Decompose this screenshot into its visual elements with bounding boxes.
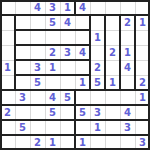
cell-r4c6: 4 [75, 45, 90, 60]
cell-r1c6: 4 [75, 0, 90, 15]
cell-r8c3[interactable] [30, 105, 45, 120]
cell-r8c6: 5 [75, 105, 90, 120]
cell-r4c7[interactable] [90, 45, 105, 60]
cell-r7c5: 5 [60, 90, 75, 105]
cell-r3c7: 1 [90, 30, 105, 45]
cell-r9c9: 3 [120, 120, 135, 135]
cell-r5c4: 1 [45, 60, 60, 75]
cell-r3c3[interactable] [30, 30, 45, 45]
cell-r7c3[interactable] [30, 90, 45, 105]
cell-r2c3[interactable] [30, 15, 45, 30]
cell-r4c10[interactable] [135, 45, 150, 60]
cell-r8c2[interactable] [15, 105, 30, 120]
cell-r1c7[interactable] [90, 0, 105, 15]
cell-r10c3: 2 [30, 135, 45, 150]
cell-r2c10: 1 [135, 15, 150, 30]
cell-r4c2[interactable] [15, 45, 30, 60]
cell-r10c6: 1 [75, 135, 90, 150]
cell-r3c1[interactable] [0, 30, 15, 45]
cell-r10c8[interactable] [105, 135, 120, 150]
cell-r5c8[interactable] [105, 60, 120, 75]
cell-r9c5[interactable] [60, 120, 75, 135]
cell-r6c9[interactable] [120, 75, 135, 90]
cell-r7c4: 4 [45, 90, 60, 105]
cell-r9c6[interactable] [75, 120, 90, 135]
cell-r7c2: 3 [15, 90, 30, 105]
cell-r4c9: 1 [120, 45, 135, 60]
cell-r9c4[interactable] [45, 120, 60, 135]
cell-r1c5: 1 [60, 0, 75, 15]
cell-r1c10[interactable] [135, 0, 150, 15]
cell-r5c3: 3 [30, 60, 45, 75]
cell-r5c10[interactable] [135, 60, 150, 75]
cell-r8c5[interactable] [60, 105, 75, 120]
cell-r6c2[interactable] [15, 75, 30, 90]
cell-r4c4: 2 [45, 45, 60, 60]
cell-r2c4: 5 [45, 15, 60, 30]
cell-r2c5: 4 [60, 15, 75, 30]
cell-r7c6[interactable] [75, 90, 90, 105]
cell-r3c2[interactable] [15, 30, 30, 45]
cell-r10c1[interactable] [0, 135, 15, 150]
cell-r8c1: 2 [0, 105, 15, 120]
cell-r1c9[interactable] [120, 0, 135, 15]
cell-r4c1[interactable] [0, 45, 15, 60]
cell-r9c10[interactable] [135, 120, 150, 135]
cell-r5c9: 4 [120, 60, 135, 75]
cell-r2c6[interactable] [75, 15, 90, 30]
cell-r2c2[interactable] [15, 15, 30, 30]
cell-r3c10[interactable] [135, 30, 150, 45]
cell-r6c8: 1 [105, 75, 120, 90]
cell-r6c6: 1 [75, 75, 90, 90]
cell-r6c5[interactable] [60, 75, 75, 90]
cell-r10c4: 1 [45, 135, 60, 150]
cell-r4c5: 3 [60, 45, 75, 60]
cell-r2c8[interactable] [105, 15, 120, 30]
cell-r3c6[interactable] [75, 30, 90, 45]
cell-r3c5[interactable] [60, 30, 75, 45]
cell-r5c2[interactable] [15, 60, 30, 75]
cell-r9c7: 1 [90, 120, 105, 135]
puzzle-board: 4314542112342113124515123451255345132113 [0, 0, 150, 150]
cell-r10c7[interactable] [90, 135, 105, 150]
cell-r5c7: 2 [90, 60, 105, 75]
cell-r1c2[interactable] [15, 0, 30, 15]
cell-r3c4[interactable] [45, 30, 60, 45]
cell-r9c8[interactable] [105, 120, 120, 135]
cell-r1c4: 3 [45, 0, 60, 15]
cell-r8c4: 5 [45, 105, 60, 120]
cell-r8c8[interactable] [105, 105, 120, 120]
cell-r8c7: 3 [90, 105, 105, 120]
cell-r3c8[interactable] [105, 30, 120, 45]
cell-r6c10: 2 [135, 75, 150, 90]
cell-r7c9[interactable] [120, 90, 135, 105]
cell-r3c9[interactable] [120, 30, 135, 45]
cell-r9c1[interactable] [0, 120, 15, 135]
cell-r8c9: 4 [120, 105, 135, 120]
cell-r6c4[interactable] [45, 75, 60, 90]
cell-r7c8[interactable] [105, 90, 120, 105]
cell-r6c1[interactable] [0, 75, 15, 90]
cell-r1c3: 4 [30, 0, 45, 15]
cell-r10c2[interactable] [15, 135, 30, 150]
cell-r10c10: 3 [135, 135, 150, 150]
cell-r10c5[interactable] [60, 135, 75, 150]
cell-r6c7: 5 [90, 75, 105, 90]
cell-r9c2: 5 [15, 120, 30, 135]
cell-r2c1[interactable] [0, 15, 15, 30]
cell-r7c10: 1 [135, 90, 150, 105]
cell-r4c3[interactable] [30, 45, 45, 60]
cell-r5c1: 1 [0, 60, 15, 75]
cell-r6c3: 5 [30, 75, 45, 90]
cell-r5c5[interactable] [60, 60, 75, 75]
cell-r1c1[interactable] [0, 0, 15, 15]
cell-r8c10[interactable] [135, 105, 150, 120]
cell-r10c9[interactable] [120, 135, 135, 150]
cell-r7c7[interactable] [90, 90, 105, 105]
cell-r1c8[interactable] [105, 0, 120, 15]
cell-r4c8: 2 [105, 45, 120, 60]
cell-r7c1[interactable] [0, 90, 15, 105]
cell-r5c6[interactable] [75, 60, 90, 75]
cell-r2c7[interactable] [90, 15, 105, 30]
cell-r2c9: 2 [120, 15, 135, 30]
cell-r9c3[interactable] [30, 120, 45, 135]
